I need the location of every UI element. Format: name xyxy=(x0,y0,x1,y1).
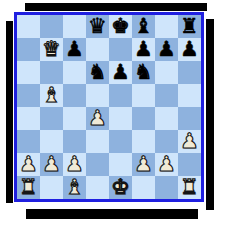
chess-app-stage: ♛♚♝♜♛♟♟♟♟♞♟♞♝♟♟♟♟♟♟♟♜♝♚♜ xyxy=(0,0,225,225)
white-pawn[interactable]: ♟ xyxy=(178,130,201,153)
square-g6[interactable] xyxy=(155,61,178,84)
white-pawn[interactable]: ♟ xyxy=(40,153,63,176)
square-e6[interactable]: ♟ xyxy=(109,61,132,84)
square-f6[interactable]: ♞ xyxy=(132,61,155,84)
white-pawn[interactable]: ♟ xyxy=(17,153,40,176)
square-d5[interactable] xyxy=(86,84,109,107)
board-shadow-right xyxy=(206,19,214,210)
square-b6[interactable] xyxy=(40,61,63,84)
black-pawn[interactable]: ♟ xyxy=(63,38,86,61)
square-b1[interactable] xyxy=(40,176,63,199)
black-pawn[interactable]: ♟ xyxy=(155,38,178,61)
white-king[interactable]: ♚ xyxy=(109,176,132,199)
square-e8[interactable]: ♚ xyxy=(109,15,132,38)
square-f2[interactable]: ♟ xyxy=(132,153,155,176)
square-a7[interactable] xyxy=(17,38,40,61)
square-b3[interactable] xyxy=(40,130,63,153)
square-h5[interactable] xyxy=(178,84,201,107)
square-d8[interactable]: ♛ xyxy=(86,15,109,38)
white-pawn[interactable]: ♟ xyxy=(86,107,109,130)
square-c1[interactable]: ♝ xyxy=(63,176,86,199)
square-d1[interactable] xyxy=(86,176,109,199)
square-d4[interactable]: ♟ xyxy=(86,107,109,130)
square-b4[interactable] xyxy=(40,107,63,130)
black-pawn[interactable]: ♟ xyxy=(178,38,201,61)
square-g5[interactable] xyxy=(155,84,178,107)
chess-board[interactable]: ♛♚♝♜♛♟♟♟♟♞♟♞♝♟♟♟♟♟♟♟♜♝♚♜ xyxy=(14,12,204,202)
square-d3[interactable] xyxy=(86,130,109,153)
black-rook[interactable]: ♜ xyxy=(178,15,201,38)
black-knight[interactable]: ♞ xyxy=(132,61,155,84)
square-g8[interactable] xyxy=(155,15,178,38)
square-h1[interactable]: ♜ xyxy=(178,176,201,199)
black-pawn[interactable]: ♟ xyxy=(109,61,132,84)
square-g4[interactable] xyxy=(155,107,178,130)
square-e3[interactable] xyxy=(109,130,132,153)
square-g7[interactable]: ♟ xyxy=(155,38,178,61)
square-a2[interactable]: ♟ xyxy=(17,153,40,176)
square-a3[interactable] xyxy=(17,130,40,153)
square-g1[interactable] xyxy=(155,176,178,199)
square-a8[interactable] xyxy=(17,15,40,38)
square-c7[interactable]: ♟ xyxy=(63,38,86,61)
square-f8[interactable]: ♝ xyxy=(132,15,155,38)
white-rook[interactable]: ♜ xyxy=(17,176,40,199)
square-e2[interactable] xyxy=(109,153,132,176)
white-pawn[interactable]: ♟ xyxy=(132,153,155,176)
black-pawn[interactable]: ♟ xyxy=(132,38,155,61)
square-c8[interactable] xyxy=(63,15,86,38)
black-bishop[interactable]: ♝ xyxy=(132,15,155,38)
board-shadow-top xyxy=(25,3,207,11)
square-b8[interactable] xyxy=(40,15,63,38)
square-e4[interactable] xyxy=(109,107,132,130)
white-rook[interactable]: ♜ xyxy=(178,176,201,199)
square-c2[interactable]: ♟ xyxy=(63,153,86,176)
square-c6[interactable] xyxy=(63,61,86,84)
square-e5[interactable] xyxy=(109,84,132,107)
black-king[interactable]: ♚ xyxy=(109,15,132,38)
square-c4[interactable] xyxy=(63,107,86,130)
square-b5[interactable]: ♝ xyxy=(40,84,63,107)
square-e1[interactable]: ♚ xyxy=(109,176,132,199)
square-b2[interactable]: ♟ xyxy=(40,153,63,176)
square-e7[interactable] xyxy=(109,38,132,61)
square-c3[interactable] xyxy=(63,130,86,153)
square-f5[interactable] xyxy=(132,84,155,107)
white-bishop[interactable]: ♝ xyxy=(40,84,63,107)
white-queen[interactable]: ♛ xyxy=(40,38,63,61)
square-f1[interactable] xyxy=(132,176,155,199)
square-h2[interactable] xyxy=(178,153,201,176)
square-h3[interactable]: ♟ xyxy=(178,130,201,153)
square-h6[interactable] xyxy=(178,61,201,84)
square-f3[interactable] xyxy=(132,130,155,153)
black-queen[interactable]: ♛ xyxy=(86,15,109,38)
white-pawn[interactable]: ♟ xyxy=(63,153,86,176)
square-f4[interactable] xyxy=(132,107,155,130)
square-h7[interactable]: ♟ xyxy=(178,38,201,61)
black-knight[interactable]: ♞ xyxy=(86,61,109,84)
board-shadow-left xyxy=(6,21,13,203)
square-g3[interactable] xyxy=(155,130,178,153)
square-a5[interactable] xyxy=(17,84,40,107)
square-d6[interactable]: ♞ xyxy=(86,61,109,84)
square-a6[interactable] xyxy=(17,61,40,84)
board-shadow-bottom xyxy=(26,209,198,219)
square-h4[interactable] xyxy=(178,107,201,130)
square-h8[interactable]: ♜ xyxy=(178,15,201,38)
square-g2[interactable]: ♟ xyxy=(155,153,178,176)
white-bishop[interactable]: ♝ xyxy=(63,176,86,199)
square-a1[interactable]: ♜ xyxy=(17,176,40,199)
square-f7[interactable]: ♟ xyxy=(132,38,155,61)
square-d2[interactable] xyxy=(86,153,109,176)
square-d7[interactable] xyxy=(86,38,109,61)
square-a4[interactable] xyxy=(17,107,40,130)
square-b7[interactable]: ♛ xyxy=(40,38,63,61)
white-pawn[interactable]: ♟ xyxy=(155,153,178,176)
square-c5[interactable] xyxy=(63,84,86,107)
